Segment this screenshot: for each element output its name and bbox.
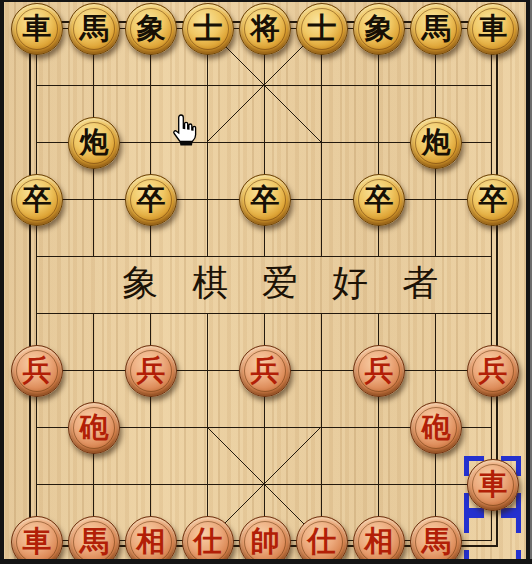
piece-glyph: 車 (23, 527, 52, 556)
piece-red-soldier[interactable]: 兵 (467, 345, 519, 397)
piece-red-advisor[interactable]: 仕 (296, 516, 348, 564)
piece-black-soldier[interactable]: 卒 (125, 174, 177, 226)
piece-glyph: 士 (194, 14, 223, 43)
piece-red-advisor[interactable]: 仕 (182, 516, 234, 564)
piece-red-chariot[interactable]: 車 (11, 516, 63, 564)
piece-black-elephant[interactable]: 象 (353, 3, 405, 55)
piece-glyph: 卒 (137, 185, 166, 214)
window-frame-bottom (0, 559, 532, 564)
piece-red-soldier[interactable]: 兵 (353, 345, 405, 397)
piece-red-horse[interactable]: 馬 (68, 516, 120, 564)
piece-glyph: 馬 (80, 527, 109, 556)
piece-black-chariot[interactable]: 車 (467, 3, 519, 55)
river-inscription: 象棋爱好者 (122, 263, 472, 303)
piece-glyph: 兵 (137, 356, 166, 385)
piece-glyph: 卒 (479, 185, 508, 214)
piece-red-horse[interactable]: 馬 (410, 516, 462, 564)
piece-red-elephant[interactable]: 相 (353, 516, 405, 564)
piece-red-soldier[interactable]: 兵 (11, 345, 63, 397)
piece-glyph: 炮 (80, 128, 109, 157)
piece-black-cannon[interactable]: 炮 (68, 117, 120, 169)
piece-black-advisor[interactable]: 士 (296, 3, 348, 55)
piece-black-horse[interactable]: 馬 (410, 3, 462, 55)
piece-glyph: 卒 (23, 185, 52, 214)
piece-glyph: 炮 (422, 128, 451, 157)
piece-red-cannon[interactable]: 砲 (410, 402, 462, 454)
piece-glyph: 兵 (479, 356, 508, 385)
piece-glyph: 士 (308, 14, 337, 43)
piece-red-soldier[interactable]: 兵 (125, 345, 177, 397)
piece-glyph: 兵 (23, 356, 52, 385)
piece-black-advisor[interactable]: 士 (182, 3, 234, 55)
piece-red-chariot[interactable]: 車 (467, 459, 519, 511)
piece-black-general[interactable]: 将 (239, 3, 291, 55)
piece-black-soldier[interactable]: 卒 (239, 174, 291, 226)
piece-glyph: 帥 (251, 527, 280, 556)
piece-black-soldier[interactable]: 卒 (467, 174, 519, 226)
piece-glyph: 車 (23, 14, 52, 43)
piece-glyph: 卒 (251, 185, 280, 214)
piece-black-soldier[interactable]: 卒 (353, 174, 405, 226)
piece-glyph: 車 (479, 470, 508, 499)
piece-glyph: 馬 (422, 527, 451, 556)
piece-glyph: 兵 (251, 356, 280, 385)
piece-glyph: 兵 (365, 356, 394, 385)
piece-red-cannon[interactable]: 砲 (68, 402, 120, 454)
piece-black-elephant[interactable]: 象 (125, 3, 177, 55)
piece-black-soldier[interactable]: 卒 (11, 174, 63, 226)
piece-red-elephant[interactable]: 相 (125, 516, 177, 564)
piece-glyph: 象 (137, 14, 166, 43)
piece-glyph: 卒 (365, 185, 394, 214)
piece-glyph: 相 (137, 527, 166, 556)
piece-glyph: 砲 (422, 413, 451, 442)
piece-glyph: 仕 (194, 527, 223, 556)
piece-red-soldier[interactable]: 兵 (239, 345, 291, 397)
piece-glyph: 仕 (308, 527, 337, 556)
piece-glyph: 車 (479, 14, 508, 43)
piece-glyph: 馬 (422, 14, 451, 43)
window-frame-right (526, 0, 532, 564)
piece-glyph: 馬 (80, 14, 109, 43)
piece-black-chariot[interactable]: 車 (11, 3, 63, 55)
window-frame-left (0, 0, 4, 564)
piece-glyph: 相 (365, 527, 394, 556)
piece-glyph: 象 (365, 14, 394, 43)
piece-red-general[interactable]: 帥 (239, 516, 291, 564)
piece-black-cannon[interactable]: 炮 (410, 117, 462, 169)
window-frame-top (0, 0, 532, 2)
piece-glyph: 砲 (80, 413, 109, 442)
xiangqi-board[interactable]: 象棋爱好者 車馬象士将士象馬車炮炮卒卒卒卒卒兵兵兵兵兵砲砲車車馬相仕帥仕相馬 (0, 0, 532, 564)
piece-black-horse[interactable]: 馬 (68, 3, 120, 55)
piece-glyph: 将 (251, 14, 280, 43)
